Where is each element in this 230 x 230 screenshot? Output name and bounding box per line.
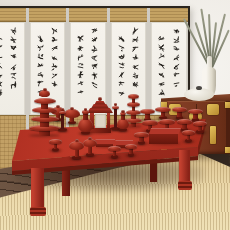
calligraphy-paper	[70, 22, 106, 115]
calligraphy-character	[37, 44, 44, 52]
brass-door-plate	[174, 126, 180, 144]
calligraphy-character	[10, 36, 17, 44]
calligraphy-column	[10, 27, 18, 89]
screen-silk-border	[69, 8, 107, 22]
calligraphy-character	[37, 35, 44, 43]
calligraphy-column	[36, 35, 44, 97]
calligraphy-character	[132, 36, 139, 44]
calligraphy-character	[51, 45, 58, 53]
calligraphy-character	[158, 80, 165, 88]
calligraphy-character	[37, 89, 44, 97]
calligraphy-character	[91, 81, 98, 89]
calligraphy-paper	[0, 22, 25, 115]
brass-corner-bracket	[225, 102, 230, 108]
calligraphy-character	[77, 53, 84, 61]
calligraphy-column	[131, 27, 139, 89]
screen-panel	[69, 8, 107, 172]
calligraphy-character	[10, 54, 17, 62]
brass-corner-bracket	[161, 102, 167, 108]
brass-door-plate	[210, 126, 216, 144]
calligraphy-character	[158, 62, 165, 70]
calligraphy-character	[132, 54, 139, 62]
calligraphy-character	[37, 53, 44, 61]
calligraphy-paper	[111, 22, 147, 115]
calligraphy-character	[0, 62, 3, 70]
calligraphy-character	[77, 71, 84, 79]
calligraphy-character	[37, 71, 44, 79]
calligraphy-character	[51, 54, 58, 62]
screen-silk-border	[110, 8, 148, 22]
screen-silk-border	[29, 8, 67, 22]
calligraphy-character	[51, 27, 58, 35]
calligraphy-column	[50, 27, 58, 89]
calligraphy-character	[0, 89, 3, 97]
calligraphy-character	[132, 81, 139, 89]
calligraphy-character	[10, 63, 17, 71]
calligraphy-character	[158, 53, 165, 61]
calligraphy-character	[132, 63, 139, 71]
calligraphy-column	[117, 35, 125, 97]
photo-scene	[0, 0, 230, 230]
calligraphy-character	[91, 54, 98, 62]
red-tassel	[194, 128, 196, 143]
calligraphy-character	[77, 35, 84, 43]
calligraphy-paper	[30, 22, 66, 115]
calligraphy-character	[0, 44, 3, 52]
calligraphy-character	[51, 63, 58, 71]
calligraphy-column	[77, 35, 85, 97]
calligraphy-character	[173, 72, 180, 80]
calligraphy-character	[77, 62, 84, 70]
calligraphy-character	[51, 72, 58, 80]
calligraphy-character	[91, 36, 98, 44]
calligraphy-character	[158, 44, 165, 52]
calligraphy-character	[132, 27, 139, 35]
table-shadow	[14, 158, 204, 192]
calligraphy-character	[51, 81, 58, 89]
calligraphy-character	[132, 72, 139, 80]
calligraphy-character	[77, 89, 84, 97]
calligraphy-character	[132, 45, 139, 53]
calligraphy-character	[118, 80, 125, 88]
calligraphy-character	[0, 80, 3, 88]
calligraphy-character	[0, 71, 3, 79]
calligraphy-character	[37, 62, 44, 70]
dried-branches	[168, 4, 230, 70]
calligraphy-character	[118, 44, 125, 52]
calligraphy-column	[91, 27, 99, 89]
wooden-chest	[161, 94, 230, 154]
calligraphy-character	[51, 36, 58, 44]
calligraphy-character	[91, 27, 98, 35]
calligraphy-character	[10, 72, 17, 80]
calligraphy-character	[158, 71, 165, 79]
calligraphy-character	[77, 44, 84, 52]
screen-panel	[29, 8, 67, 172]
vase-mouth	[196, 86, 202, 90]
calligraphy-character	[91, 72, 98, 80]
calligraphy-character	[173, 81, 180, 89]
calligraphy-character	[10, 81, 17, 89]
calligraphy-character	[91, 63, 98, 71]
ceramic-disc-vase	[184, 88, 214, 101]
calligraphy-character	[10, 27, 17, 35]
calligraphy-column	[0, 35, 3, 97]
brass-corner-bracket	[161, 147, 167, 153]
calligraphy-column	[158, 35, 166, 97]
calligraphy-character	[118, 71, 125, 79]
calligraphy-character	[118, 89, 125, 97]
calligraphy-character	[10, 45, 17, 53]
calligraphy-character	[37, 80, 44, 88]
calligraphy-character	[118, 35, 125, 43]
calligraphy-character	[118, 53, 125, 61]
calligraphy-character	[91, 45, 98, 53]
calligraphy-character	[0, 53, 3, 61]
calligraphy-character	[118, 62, 125, 70]
calligraphy-character	[158, 35, 165, 43]
calligraphy-character	[77, 80, 84, 88]
brass-hinge	[207, 104, 219, 115]
screen-silk-border	[0, 8, 26, 22]
brass-hinge	[169, 104, 181, 115]
calligraphy-character	[0, 35, 3, 43]
brass-corner-bracket	[225, 147, 230, 153]
screen-panel	[0, 8, 26, 172]
